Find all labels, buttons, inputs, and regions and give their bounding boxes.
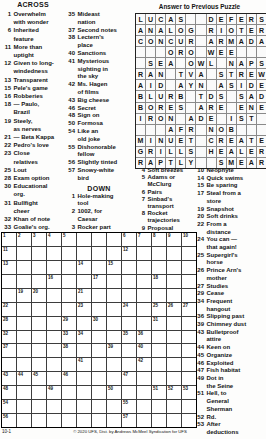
clue-text: Overwhelmwith wonder <box>14 10 65 26</box>
cell-number: 16 <box>48 275 53 280</box>
puzzle-cell-r13c9[interactable]: 55 <box>122 400 136 413</box>
answer-cell-r11c4: A <box>166 125 175 135</box>
puzzle-cell-r14c9[interactable]: 57 <box>122 414 136 427</box>
answer-cell-r13c10: A <box>227 147 236 157</box>
clue-number: 1 <box>2 10 14 26</box>
puzzle-cell-r1c4[interactable]: 4 <box>47 233 61 246</box>
cell-number: 19 <box>18 289 23 294</box>
clue-number: 31 <box>2 199 14 215</box>
clue-number: 50 <box>66 120 78 128</box>
cell-number: 21 <box>78 289 83 294</box>
puzzle-cell-r9c6[interactable] <box>77 344 91 357</box>
clue-text: Formosa <box>78 120 133 128</box>
puzzle-cell-r8c3[interactable] <box>32 331 46 344</box>
clue-across-56: 56Slightly tinted <box>66 159 132 167</box>
puzzle-cell-r14c12[interactable] <box>167 414 181 427</box>
clue-text: Neophyte <box>207 167 266 175</box>
puzzle-cell-r6c7[interactable] <box>92 303 106 316</box>
puzzle-cell-r13c4[interactable] <box>47 400 61 413</box>
puzzle-cell-r14c3[interactable] <box>32 414 46 427</box>
clue-down-10: 10Neophyte <box>195 167 265 175</box>
clue-text: Supergirl'shorse <box>207 252 266 267</box>
cell-number: 15 <box>108 261 113 266</box>
clue-text: Mideastnation <box>78 11 133 27</box>
puzzle-cell-r8c9[interactable]: 35 <box>122 331 136 344</box>
puzzle-cell-r9c5[interactable]: 38 <box>62 344 76 357</box>
puzzle-cell-r4c5[interactable] <box>62 275 76 288</box>
clue-number: 46 <box>66 105 78 113</box>
puzzle-cell-r4c13[interactable] <box>182 275 196 288</box>
clue-text: Rockettrajectories <box>148 210 196 224</box>
clue-text: Goalie's org. <box>14 223 65 231</box>
clue-text: Khan of note <box>14 215 65 223</box>
puzzle-cell-r2c2[interactable] <box>17 247 31 260</box>
puzzle-cell-r10c8[interactable] <box>107 358 121 371</box>
answer-cell-r6c4 <box>166 69 175 79</box>
cell-number: 54 <box>3 400 8 405</box>
puzzle-cell-r3c9[interactable] <box>122 261 136 274</box>
cell-number: 32 <box>3 331 8 336</box>
puzzle-cell-r14c13[interactable] <box>182 414 196 427</box>
answer-cell-r4c8: W <box>207 47 216 57</box>
puzzle-cell-r6c8[interactable] <box>107 303 121 316</box>
answer-cell-r13c1: G <box>136 147 145 157</box>
clue-text: Organize <box>207 352 266 360</box>
clue-across-50: 50Formosa <box>66 120 132 128</box>
puzzle-cell-r4c8[interactable] <box>107 275 121 288</box>
puzzle-cell-r10c12[interactable] <box>167 358 181 371</box>
across-clues-list-2: 35Mideastnation37Second notes38Lectern's… <box>66 11 132 183</box>
cell-number: 53 <box>183 386 188 391</box>
clue-down-45: 45Organize <box>195 352 265 360</box>
clue-across-28: 28Exam option <box>2 174 64 182</box>
puzzle-cell-r4c9[interactable] <box>122 275 136 288</box>
puzzle-cell-r6c13[interactable]: 27 <box>182 303 196 316</box>
clue-text: Lectern'splace <box>78 34 133 50</box>
clue-text: Pedro's love <box>14 141 65 149</box>
answer-cell-r8c2: L <box>146 91 155 101</box>
puzzle-cell-r12c2[interactable] <box>17 386 31 399</box>
puzzle-cell-r5c4[interactable] <box>47 289 61 302</box>
puzzle-cell-r5c6[interactable]: 21 <box>77 289 91 302</box>
clue-down-34: 34Frequenthangout <box>195 298 265 313</box>
clue-number: 4 <box>136 167 148 174</box>
answer-cell-r7c10: S <box>227 80 236 90</box>
clue-number: 23 <box>2 149 14 165</box>
puzzle-cell-r13c10[interactable] <box>137 400 151 413</box>
answer-cell-r6c7: A <box>196 69 205 79</box>
puzzle-cell-r6c10 <box>137 303 151 316</box>
puzzle-cell-r4c6[interactable] <box>77 275 91 288</box>
clue-text: Given to long-windedness <box>14 59 65 75</box>
cell-number: 46 <box>63 372 68 377</box>
puzzle-cell-r11c7[interactable] <box>92 372 106 385</box>
puzzle-cell-r9c11[interactable] <box>152 344 166 357</box>
cell-number: 25 <box>153 303 158 308</box>
answer-cell-r2c10: O <box>227 25 236 35</box>
puzzle-cell-r3c3[interactable] <box>32 261 46 274</box>
puzzle-cell-r1c6 <box>77 233 91 246</box>
puzzle-cell-r12c8[interactable]: 50 <box>107 386 121 399</box>
puzzle-cell-r3c1[interactable]: 13 <box>2 261 16 274</box>
puzzle-cell-r3c11[interactable] <box>152 261 166 274</box>
answer-cell-r8c13: D <box>257 91 266 101</box>
puzzle-cell-r9c1[interactable]: 37 <box>2 344 16 357</box>
clue-text: Secret <box>78 105 133 113</box>
clue-text: Educationalorg. <box>14 182 65 198</box>
puzzle-cell-r6c5 <box>62 303 76 316</box>
puzzle-cell-r12c5[interactable] <box>62 386 76 399</box>
answer-cell-r3c2: O <box>146 36 155 46</box>
puzzle-cell-r2c4[interactable] <box>47 247 61 260</box>
clue-number: 48 <box>66 112 78 120</box>
clues-column-2: 35Mideastnation37Second notes38Lectern's… <box>66 11 132 232</box>
answer-cell-r6c10: T <box>227 69 236 79</box>
clue-down-25: 25Supergirl'shorse <box>195 252 265 267</box>
puzzle-cell-r3c6[interactable]: 14 <box>77 261 91 274</box>
puzzle-cell-r8c1[interactable]: 32 <box>2 331 16 344</box>
puzzle-cell-r13c3[interactable] <box>32 400 46 413</box>
puzzle-cell-r2c13[interactable] <box>182 247 196 260</box>
answer-cell-r11c8: N <box>207 125 216 135</box>
puzzle-cell-r13c5[interactable] <box>62 400 76 413</box>
answer-cell-r8c1: B <box>136 91 145 101</box>
clue-down-36: 36Slipping past <box>195 313 265 321</box>
puzzle-cell-r7c3[interactable] <box>32 317 46 330</box>
puzzle-cell-r6c9[interactable]: 24 <box>122 303 136 316</box>
clue-down-6: 6Pairs <box>136 189 195 196</box>
answer-cell-r9c7: A <box>196 103 205 113</box>
puzzle-cell-r14c10[interactable] <box>137 414 151 427</box>
puzzle-cell-r13c6 <box>77 400 91 413</box>
down-header: DOWN <box>66 185 132 192</box>
puzzle-cell-r4c7[interactable]: 17 <box>92 275 106 288</box>
answer-cell-r9c1: B <box>136 103 145 113</box>
puzzle-cell-r3c8[interactable]: 15 <box>107 261 121 274</box>
puzzle-cell-r11c3[interactable]: 45 <box>32 372 46 385</box>
puzzle-cell-r6c3[interactable] <box>32 303 46 316</box>
puzzle-cell-r1c5[interactable]: 5 <box>62 233 76 246</box>
answer-cell-r10c7: D <box>196 114 205 124</box>
puzzle-cell-r4c4[interactable]: 16 <box>47 275 61 288</box>
puzzle-cell-r12c11[interactable]: 51 <box>152 386 166 399</box>
puzzle-cell-r3c13[interactable] <box>182 261 196 274</box>
puzzle-cell-r12c1[interactable]: 48 <box>2 386 16 399</box>
answer-cell-r6c8 <box>207 69 216 79</box>
puzzle-cell-r12c9[interactable] <box>122 386 136 399</box>
answer-cell-r2c13: R <box>257 25 266 35</box>
answer-cell-r9c12: N <box>247 103 256 113</box>
puzzle-cell-r13c12[interactable] <box>167 400 181 413</box>
answer-cell-r4c9: E <box>217 47 226 57</box>
answer-cell-r4c13 <box>257 47 266 57</box>
clue-text: Mysterioussighting inthe sky <box>78 58 133 81</box>
answer-cell-r9c8: R <box>207 103 216 113</box>
puzzle-cell-r12c4[interactable]: 49 <box>47 386 61 399</box>
puzzle-cell-r14c8 <box>107 414 121 427</box>
puzzle-cell-r14c4[interactable] <box>47 414 61 427</box>
answer-cell-r11c3 <box>156 125 165 135</box>
puzzle-cell-r9c9 <box>122 344 136 357</box>
clue-number: 32 <box>2 215 14 223</box>
puzzle-cell-r1c9[interactable]: 6 <box>122 233 136 246</box>
answer-cell-r9c10 <box>227 103 236 113</box>
cell-number: 45 <box>33 372 38 377</box>
puzzle-cell-r10c10[interactable]: 42 <box>137 358 151 371</box>
puzzle-cell-r5c12 <box>167 289 181 302</box>
cell-number: 14 <box>78 261 83 266</box>
clue-across-23: 23Closerelatives <box>2 149 64 165</box>
puzzle-cell-r5c7[interactable] <box>92 289 106 302</box>
puzzle-cell-r13c1[interactable]: 54 <box>2 400 16 413</box>
puzzle-cell-r8c6[interactable]: 34 <box>77 331 91 344</box>
answer-cell-r5c9 <box>217 58 226 68</box>
puzzle-cell-r10c3 <box>32 358 46 371</box>
answer-cell-r5c7: W <box>196 58 205 68</box>
puzzle-cell-r8c12[interactable] <box>167 331 181 344</box>
clue-across-38: 38Lectern'splace <box>66 34 132 50</box>
puzzle-cell-r12c6[interactable] <box>77 386 91 399</box>
puzzle-cell-r13c2[interactable] <box>17 400 31 413</box>
puzzle-cell-r12c7 <box>92 386 106 399</box>
answer-cell-r1c6 <box>186 14 195 24</box>
puzzle-cell-r9c10[interactable]: 40 <box>137 344 151 357</box>
clue-number: 19 <box>2 117 14 133</box>
answer-cell-r6c2: A <box>146 69 155 79</box>
answer-cell-r13c5: L <box>176 147 185 157</box>
puzzle-cell-r1c2[interactable]: 2 <box>17 233 31 246</box>
puzzle-cell-r9c12[interactable] <box>167 344 181 357</box>
puzzle-cell-r9c8[interactable]: 39 <box>107 344 121 357</box>
clue-text: Sign on <box>78 112 133 120</box>
clue-across-41: 41Mysterioussighting inthe sky <box>66 58 132 81</box>
puzzle-cell-r11c5[interactable]: 46 <box>62 372 76 385</box>
answer-cell-r9c4: E <box>166 103 175 113</box>
puzzle-cell-r14c1[interactable]: 56 <box>2 414 16 427</box>
puzzle-cell-r1c12[interactable]: 9 <box>167 233 181 246</box>
clue-text: You can —that again! <box>207 236 266 251</box>
puzzle-cell-r6c2[interactable] <box>17 303 31 316</box>
puzzle-cell-r12c3[interactable] <box>32 386 46 399</box>
puzzle-cell-r8c7[interactable] <box>92 331 106 344</box>
clue-text: Inheritedfeature <box>14 26 65 42</box>
puzzle-cell-r7c5[interactable]: 29 <box>62 317 76 330</box>
answer-cell-r12c4: U <box>166 136 175 146</box>
answer-cell-r7c7: N <box>196 80 205 90</box>
clue-number: 14 <box>195 175 207 183</box>
clue-across-40: 40Sanctions <box>66 50 132 58</box>
clue-text: Studies <box>207 283 266 291</box>
puzzle-cell-r11c8[interactable] <box>107 372 121 385</box>
clue-down-24: 24You can —that again! <box>195 236 265 251</box>
puzzle-cell-r6c1[interactable]: 22 <box>2 303 16 316</box>
puzzle-cell-r6c11[interactable]: 25 <box>152 303 166 316</box>
cell-number: 12 <box>123 247 128 252</box>
answer-cell-r11c9: O <box>217 125 226 135</box>
puzzle-cell-r12c12[interactable]: 52 <box>167 386 181 399</box>
puzzle-cell-r9c3[interactable] <box>32 344 46 357</box>
clue-text: Pairs <box>148 189 196 196</box>
puzzle-cell-r8c11[interactable] <box>152 331 166 344</box>
puzzle-cell-r11c2[interactable]: 44 <box>17 372 31 385</box>
puzzle-cell-r1c10[interactable]: 7 <box>137 233 151 246</box>
clue-text: Bulletproofattire <box>207 329 266 344</box>
clue-number: 28 <box>2 174 14 182</box>
puzzle-cell-r14c5[interactable] <box>62 414 76 427</box>
clue-across-48: 48Sign on <box>66 112 132 120</box>
answer-cell-r10c10: I <box>227 114 236 124</box>
answer-cell-r12c3: N <box>156 136 165 146</box>
clue-number: 54 <box>66 128 78 144</box>
puzzle-cell-r6c4[interactable] <box>47 303 61 316</box>
clue-number: 21 <box>2 133 14 141</box>
puzzle-cell-r7c13[interactable] <box>182 317 196 330</box>
puzzle-cell-r2c5[interactable] <box>62 247 76 260</box>
puzzle-cell-r8c2[interactable] <box>17 331 31 344</box>
answer-cell-r13c6: S <box>186 147 195 157</box>
puzzle-cell-r7c9[interactable] <box>122 317 136 330</box>
puzzle-cell-r8c10[interactable]: 36 <box>137 331 151 344</box>
puzzle-cell-r2c10[interactable] <box>137 247 151 260</box>
puzzle-cell-r3c2[interactable] <box>17 261 31 274</box>
puzzle-cell-r11c6[interactable] <box>77 372 91 385</box>
puzzle-cell-r3c5[interactable] <box>62 261 76 274</box>
puzzle-cell-r12c10[interactable] <box>137 386 151 399</box>
puzzle-cell-r5c2[interactable]: 19 <box>17 289 31 302</box>
puzzle-cell-r10c7[interactable] <box>92 358 106 371</box>
puzzle-cell-r7c1[interactable]: 28 <box>2 317 16 330</box>
puzzle-cell-r4c12[interactable] <box>167 275 181 288</box>
puzzle-cell-r1c13[interactable]: 10 <box>182 233 196 246</box>
answer-cell-r10c12: T <box>247 114 256 124</box>
clue-across-37: 37Second notes <box>66 27 132 35</box>
clue-number: 33 <box>2 223 14 231</box>
puzzle-cell-r11c10[interactable] <box>137 372 151 385</box>
puzzle-cell-r14c11[interactable] <box>152 414 166 427</box>
puzzle-cell-r9c7[interactable] <box>92 344 106 357</box>
puzzle-cell-r1c3[interactable]: 3 <box>32 233 46 246</box>
answer-cell-r9c5: S <box>176 103 185 113</box>
puzzle-cell-r11c1[interactable]: 43 <box>2 372 16 385</box>
puzzle-cell-r7c11[interactable]: 31 <box>152 317 166 330</box>
answer-cell-r10c3: O <box>156 114 165 124</box>
puzzle-cell-r7c2[interactable] <box>17 317 31 330</box>
answer-cell-r11c10: B <box>227 125 236 135</box>
puzzle-cell-r8c4 <box>47 331 61 344</box>
puzzle-cell-r2c11[interactable] <box>152 247 166 260</box>
answer-cell-r2c1: A <box>136 25 145 35</box>
puzzle-cell-r6c6[interactable]: 23 <box>77 303 91 316</box>
puzzle-cell-r7c8[interactable] <box>107 317 121 330</box>
clue-number: 9 <box>136 225 148 232</box>
puzzle-cell-r13c13[interactable] <box>182 400 196 413</box>
answer-cell-r5c5 <box>176 58 185 68</box>
clue-number: 17 <box>195 190 207 205</box>
puzzle-cell-r10c6[interactable]: 41 <box>77 358 91 371</box>
puzzle-cell-r10c4 <box>47 358 61 371</box>
answer-cell-r4c4: O <box>166 47 175 57</box>
answer-cell-r12c6: T <box>186 136 195 146</box>
puzzle-cell-r9c13[interactable] <box>182 344 196 357</box>
puzzle-cell-r8c5[interactable]: 33 <box>62 331 76 344</box>
puzzle-cell-r5c3[interactable]: 20 <box>32 289 46 302</box>
clue-number: 41 <box>66 58 78 81</box>
clue-text: Rocker part <box>78 224 133 232</box>
puzzle-cell-r3c12[interactable] <box>167 261 181 274</box>
puzzle-cell-r10c11[interactable] <box>152 358 166 371</box>
answer-cell-r8c10 <box>227 91 236 101</box>
clue-down-39: 39Chimney dust <box>195 321 265 329</box>
puzzle-cell-r12c13[interactable]: 53 <box>182 386 196 399</box>
puzzle-cell-r7c4[interactable] <box>47 317 61 330</box>
cell-number: 29 <box>63 317 68 322</box>
puzzle-cell-r9c2[interactable] <box>17 344 31 357</box>
answer-cell-r7c6: Y <box>186 80 195 90</box>
cell-number: 42 <box>138 358 143 363</box>
answer-cell-r13c13: R <box>257 147 266 157</box>
clue-text: Steal from astore <box>207 190 266 205</box>
puzzle-cell-r6c12[interactable]: 26 <box>167 303 181 316</box>
puzzle-cell-r3c7 <box>92 261 106 274</box>
answer-cell-r5c11: A <box>237 58 246 68</box>
puzzle-cell-r2c3[interactable] <box>32 247 46 260</box>
cell-number: 6 <box>123 233 126 238</box>
puzzle-cell-r2c1[interactable]: 11 <box>2 247 16 260</box>
puzzle-cell-r8c13[interactable] <box>182 331 196 344</box>
answer-cell-r7c4 <box>166 80 175 90</box>
puzzle-cell-r1c11[interactable]: 8 <box>152 233 166 246</box>
answer-cell-r8c3: U <box>156 91 165 101</box>
puzzle-cell-r1c1[interactable]: 1 <box>2 233 16 246</box>
answer-cell-r3c6: R <box>186 36 195 46</box>
answer-cell-r5c1 <box>136 58 145 68</box>
cell-number: 24 <box>123 303 128 308</box>
clue-text: 1002, forCaesar <box>78 208 133 224</box>
clue-number: 40 <box>66 50 78 58</box>
puzzle-cell-r7c7[interactable]: 30 <box>92 317 106 330</box>
puzzle-cell-r7c10 <box>137 317 151 330</box>
puzzle-cell-r5c8[interactable] <box>107 289 121 302</box>
puzzle-cell-r14c2[interactable] <box>17 414 31 427</box>
clue-text: Steely,as nerves <box>14 117 65 133</box>
answer-cell-r2c11: T <box>237 25 246 35</box>
puzzle-cell-r3c4[interactable] <box>47 261 61 274</box>
clue-across-1: 1Overwhelmwith wonder <box>2 10 64 26</box>
clue-number: 12 <box>2 59 14 75</box>
clue-number: 16 <box>2 92 14 100</box>
puzzle-cell-r7c12[interactable] <box>167 317 181 330</box>
cell-number: 18 <box>153 275 158 280</box>
puzzle-cell-r3c10[interactable] <box>137 261 151 274</box>
cell-number: 49 <box>48 386 53 391</box>
clue-text: Exam option <box>14 174 65 182</box>
copyright-line: © 2020 UFS, Dist. by Andrews McMeel Synd… <box>48 429 212 434</box>
clue-text: Big cheese <box>78 97 133 105</box>
answer-cell-r7c9: A <box>217 80 226 90</box>
answer-cell-r9c9: E <box>217 103 226 113</box>
puzzle-cell-r2c6 <box>77 247 91 260</box>
puzzle-cell-r2c12[interactable] <box>167 247 181 260</box>
answer-cell-r3c11: A <box>237 36 246 46</box>
clue-text: — Paulo,Brazil <box>14 100 65 116</box>
puzzle-cell-r10c5 <box>62 358 76 371</box>
cell-number: 20 <box>33 289 38 294</box>
puzzle-cell-r11c13 <box>182 372 196 385</box>
puzzle-cell-r13c11[interactable] <box>152 400 166 413</box>
puzzle-cell-r11c9[interactable]: 47 <box>122 372 136 385</box>
puzzle-cell-r2c9[interactable]: 12 <box>122 247 136 260</box>
puzzle-cell-r4c11[interactable]: 18 <box>152 275 166 288</box>
